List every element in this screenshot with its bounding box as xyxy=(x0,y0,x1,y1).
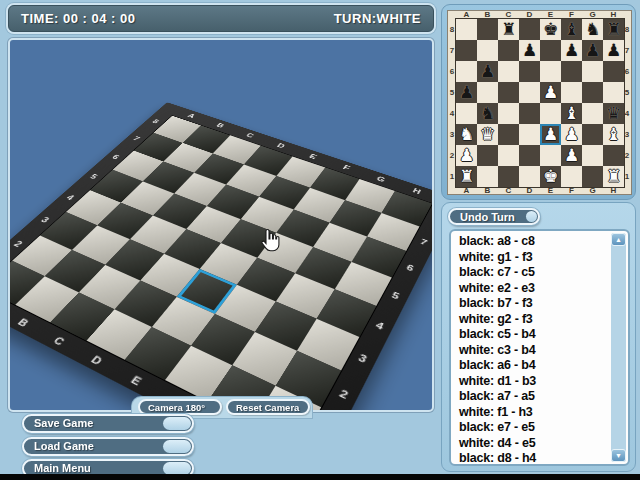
move-entry: black: a6 - b4 xyxy=(451,358,611,374)
undo-button-cap xyxy=(526,211,537,222)
mini-square-b1[interactable] xyxy=(477,166,498,187)
move-entry: white: c3 - b4 xyxy=(451,343,611,359)
mini-piece-white-pawn-e5: ♟ xyxy=(540,82,561,103)
mini-square-g4[interactable] xyxy=(582,103,603,124)
mini-piece-white-queen-b3: ♛ xyxy=(477,124,498,145)
mini-square-b2[interactable] xyxy=(477,145,498,166)
mini-square-a7[interactable] xyxy=(456,40,477,61)
mini-square-g7[interactable]: ♟ xyxy=(582,40,603,61)
mini-square-d7[interactable]: ♟ xyxy=(519,40,540,61)
mini-square-c8[interactable]: ♜ xyxy=(498,19,519,40)
mini-square-f3[interactable]: ♟ xyxy=(561,124,582,145)
mini-rank-label-left: 2 xyxy=(448,145,456,166)
mini-file-label-bottom: E xyxy=(540,186,561,195)
mini-rank-label-right: 4 xyxy=(623,103,631,124)
mini-rank-label-right: 1 xyxy=(623,166,631,187)
mini-square-c1[interactable] xyxy=(498,166,519,187)
mini-square-d6[interactable] xyxy=(519,61,540,82)
reset-camera-button[interactable]: Reset Camera xyxy=(226,399,310,415)
mini-rank-label-left: 3 xyxy=(448,124,456,145)
mini-square-e3[interactable]: ♟ xyxy=(540,124,561,145)
mini-square-h7[interactable]: ♟ xyxy=(603,40,624,61)
mini-square-d1[interactable] xyxy=(519,166,540,187)
mini-square-a4[interactable] xyxy=(456,103,477,124)
mini-square-a5[interactable]: ♟ xyxy=(456,82,477,103)
move-entry: black: e7 - e5 xyxy=(451,420,611,436)
mini-board-panel: ♜♚♝♞♜♟♟♟♟♟♟♟♞♝♛♞♛♟♟♝♟♟♜♚♜ AA88BB77CC66DD… xyxy=(441,4,636,200)
board-3d-grid: ♜♚♝♞♜♟♟♟♟♟♟♟♞♝♛♞♛♟♟♝♟♟♜♚♜ xyxy=(8,116,432,412)
mini-square-g5[interactable] xyxy=(582,82,603,103)
scrollbar-track[interactable] xyxy=(611,233,626,462)
mini-board-grid: ♜♚♝♞♜♟♟♟♟♟♟♟♞♝♛♞♛♟♟♝♟♟♜♚♜ xyxy=(456,19,624,187)
mini-square-c7[interactable] xyxy=(498,40,519,61)
mini-square-e4[interactable] xyxy=(540,103,561,124)
board3d-square-e4[interactable] xyxy=(200,244,258,286)
mini-square-e6[interactable] xyxy=(540,61,561,82)
mini-square-g1[interactable] xyxy=(582,166,603,187)
mini-square-h8[interactable]: ♜ xyxy=(603,19,624,40)
mini-rank-label-right: 8 xyxy=(623,19,631,40)
mini-square-b5[interactable] xyxy=(477,82,498,103)
mini-file-label-bottom: A xyxy=(456,186,477,195)
move-entry: black: b7 - f3 xyxy=(451,296,611,312)
mini-file-label-bottom: F xyxy=(561,186,582,195)
mini-rank-label-left: 7 xyxy=(448,40,456,61)
mini-file-label-top: D xyxy=(519,10,540,19)
mini-square-d8[interactable] xyxy=(519,19,540,40)
move-entry: white: e2 - e3 xyxy=(451,281,611,297)
mini-rank-label-left: 4 xyxy=(448,103,456,124)
mini-square-f1[interactable] xyxy=(561,166,582,187)
mini-square-e5[interactable]: ♟ xyxy=(540,82,561,103)
move-entry: white: g2 - f3 xyxy=(451,312,611,328)
camera-180-button[interactable]: Camera 180° xyxy=(138,399,222,415)
load-game-button[interactable]: Load Game xyxy=(22,437,194,456)
mini-rank-label-left: 6 xyxy=(448,61,456,82)
mini-square-c4[interactable] xyxy=(498,103,519,124)
mini-file-label-top: H xyxy=(603,10,624,19)
mini-square-b6[interactable]: ♟ xyxy=(477,61,498,82)
scroll-up-button[interactable]: ▲ xyxy=(611,233,626,246)
mini-piece-black-pawn-d7: ♟ xyxy=(519,40,540,61)
mini-rank-label-right: 7 xyxy=(623,40,631,61)
move-entry: black: a8 - c8 xyxy=(451,234,611,250)
mini-square-g2[interactable] xyxy=(582,145,603,166)
mini-square-h2[interactable] xyxy=(603,145,624,166)
save-button-cap xyxy=(163,417,191,430)
mini-rank-label-right: 3 xyxy=(623,124,631,145)
mini-piece-black-pawn-a5: ♟ xyxy=(456,82,477,103)
mini-square-d5[interactable] xyxy=(519,82,540,103)
bottom-black-strip xyxy=(0,474,640,480)
mini-square-e2[interactable] xyxy=(540,145,561,166)
mini-square-d2[interactable] xyxy=(519,145,540,166)
mini-square-c3[interactable] xyxy=(498,124,519,145)
mini-square-d3[interactable] xyxy=(519,124,540,145)
load-button-cap xyxy=(163,440,191,453)
mini-square-c6[interactable] xyxy=(498,61,519,82)
chess-game-window: TIME: 00 : 04 : 00 TURN:WHITE ♜♚♝♞♜♟♟♟♟♟… xyxy=(0,0,640,480)
move-entry: black: d8 - h4 xyxy=(451,451,611,466)
mini-square-e8[interactable]: ♚ xyxy=(540,19,561,40)
board-3d-scene: ♜♚♝♞♜♟♟♟♟♟♟♟♞♝♛♞♛♟♟♝♟♟♜♚♜ AA88BB77CC66DD… xyxy=(10,40,432,410)
mini-square-e7[interactable] xyxy=(540,40,561,61)
mini-square-h5[interactable] xyxy=(603,82,624,103)
mini-square-f6[interactable] xyxy=(561,61,582,82)
mini-piece-black-pawn-b6: ♟ xyxy=(477,61,498,82)
mini-rank-label-right: 2 xyxy=(623,145,631,166)
save-game-button[interactable]: Save Game xyxy=(22,414,194,433)
mini-square-h3[interactable]: ♝ xyxy=(603,124,624,145)
mini-square-a2[interactable]: ♟ xyxy=(456,145,477,166)
mini-square-f5[interactable] xyxy=(561,82,582,103)
hand-cursor-icon xyxy=(258,228,282,254)
mini-file-label-top: F xyxy=(561,10,582,19)
mini-square-b7[interactable] xyxy=(477,40,498,61)
mini-rank-label-right: 6 xyxy=(623,61,631,82)
mini-rank-label-left: 1 xyxy=(448,166,456,187)
time-display: TIME: 00 : 04 : 00 xyxy=(21,11,135,26)
mini-piece-black-rook-c8: ♜ xyxy=(498,19,519,40)
scroll-down-button[interactable]: ▼ xyxy=(611,449,626,462)
mini-file-label-bottom: G xyxy=(582,186,603,195)
mini-file-label-bottom: C xyxy=(498,186,519,195)
move-entry: white: g1 - f3 xyxy=(451,250,611,266)
board3d-square-h5[interactable] xyxy=(335,262,392,306)
mini-file-label-top: G xyxy=(582,10,603,19)
board-3d-frame: ♜♚♝♞♜♟♟♟♟♟♟♟♞♝♛♞♛♟♟♝♟♟♜♚♜ AA88BB77CC66DD… xyxy=(8,103,434,412)
board3d-square-g6[interactable] xyxy=(313,223,367,262)
mini-square-a3[interactable]: ♞ xyxy=(456,124,477,145)
mini-square-h6[interactable] xyxy=(603,61,624,82)
mini-rank-label-left: 8 xyxy=(448,19,456,40)
mini-file-label-bottom: H xyxy=(603,186,624,195)
mini-piece-black-queen-h4: ♛ xyxy=(603,103,624,124)
mini-square-e1[interactable]: ♚ xyxy=(540,166,561,187)
mini-square-f7[interactable]: ♟ xyxy=(561,40,582,61)
mini-square-a8[interactable] xyxy=(456,19,477,40)
mini-piece-black-king-e8: ♚ xyxy=(540,19,561,40)
mini-piece-white-knight-a3: ♞ xyxy=(456,124,477,145)
move-entry: black: a7 - a5 xyxy=(451,389,611,405)
mini-square-f2[interactable]: ♟ xyxy=(561,145,582,166)
mini-file-label-top: E xyxy=(540,10,561,19)
mini-square-c2[interactable] xyxy=(498,145,519,166)
mini-piece-white-pawn-f2: ♟ xyxy=(561,145,582,166)
mini-piece-black-rook-h8: ♜ xyxy=(603,19,624,40)
mini-rank-label-left: 5 xyxy=(448,82,456,103)
mini-square-g3[interactable] xyxy=(582,124,603,145)
mini-file-label-bottom: D xyxy=(519,186,540,195)
mini-piece-black-knight-b4: ♞ xyxy=(477,103,498,124)
turn-indicator: TURN:WHITE xyxy=(334,11,421,26)
mini-square-g8[interactable]: ♞ xyxy=(582,19,603,40)
move-entry: white: d4 - e5 xyxy=(451,436,611,452)
mini-piece-white-pawn-e3: ♟ xyxy=(540,124,561,145)
mini-square-b3[interactable]: ♛ xyxy=(477,124,498,145)
mini-piece-black-pawn-g7: ♟ xyxy=(582,40,603,61)
mini-piece-white-king-e1: ♚ xyxy=(540,166,561,187)
mini-square-b8[interactable] xyxy=(477,19,498,40)
mini-square-h1[interactable]: ♜ xyxy=(603,166,624,187)
mini-square-f4[interactable]: ♝ xyxy=(561,103,582,124)
board3d-square-a1[interactable]: ♜ xyxy=(8,261,45,305)
mini-piece-black-knight-g8: ♞ xyxy=(582,19,603,40)
mini-file-label-top: C xyxy=(498,10,519,19)
mini-square-c5[interactable] xyxy=(498,82,519,103)
mini-square-g6[interactable] xyxy=(582,61,603,82)
mini-square-a1[interactable]: ♜ xyxy=(456,166,477,187)
mini-piece-white-rook-h1: ♜ xyxy=(603,166,624,187)
mini-square-d4[interactable] xyxy=(519,103,540,124)
mini-rank-label-right: 5 xyxy=(623,82,631,103)
mini-board: ♜♚♝♞♜♟♟♟♟♟♟♟♞♝♛♞♛♟♟♝♟♟♜♚♜ AA88BB77CC66DD… xyxy=(447,10,632,195)
mini-piece-white-pawn-f3: ♟ xyxy=(561,124,582,145)
move-entry: black: c5 - b4 xyxy=(451,327,611,343)
mini-piece-white-rook-a1: ♜ xyxy=(456,166,477,187)
mini-file-label-top: B xyxy=(477,10,498,19)
move-entry: white: d1 - b3 xyxy=(451,374,611,390)
mini-square-f8[interactable]: ♝ xyxy=(561,19,582,40)
mini-piece-black-bishop-f8: ♝ xyxy=(561,19,582,40)
mini-file-label-top: A xyxy=(456,10,477,19)
move-list: black: a8 - c8white: g1 - f3black: c7 - … xyxy=(449,229,630,466)
mini-file-label-bottom: B xyxy=(477,186,498,195)
mini-piece-white-pawn-a2: ♟ xyxy=(456,145,477,166)
mini-square-a6[interactable] xyxy=(456,61,477,82)
mini-square-b4[interactable]: ♞ xyxy=(477,103,498,124)
mini-piece-black-pawn-f7: ♟ xyxy=(561,40,582,61)
move-history-panel: black: a8 - c8white: g1 - f3black: c7 - … xyxy=(441,202,636,472)
undo-turn-button[interactable]: Undo Turn xyxy=(448,208,540,225)
mini-piece-black-pawn-h7: ♟ xyxy=(603,40,624,61)
move-entry: black: c7 - c5 xyxy=(451,265,611,281)
mini-piece-white-bishop-f4: ♝ xyxy=(561,103,582,124)
mini-piece-white-bishop-h3: ♝ xyxy=(603,124,624,145)
board-3d-view[interactable]: ♜♚♝♞♜♟♟♟♟♟♟♟♞♝♛♞♛♟♟♝♟♟♜♚♜ AA88BB77CC66DD… xyxy=(8,38,434,412)
status-bar: TIME: 00 : 04 : 00 TURN:WHITE xyxy=(8,5,434,32)
mini-square-h4[interactable]: ♛ xyxy=(603,103,624,124)
move-entry: white: f1 - h3 xyxy=(451,405,611,421)
